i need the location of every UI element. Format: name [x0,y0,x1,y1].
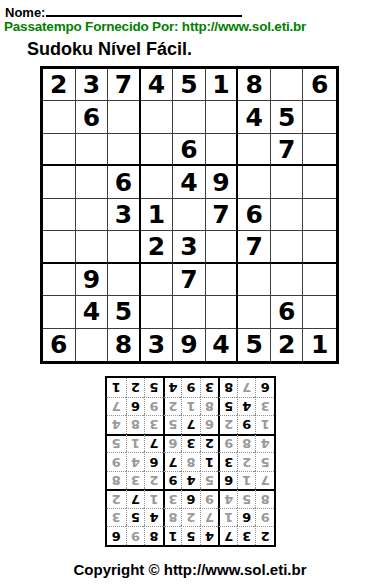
solution-cell-r7c1: 1 [255,415,274,434]
cell-r7c6[interactable] [206,264,239,296]
solution-cell-r6c8: 1 [126,434,145,453]
solution-cell-r2c9: 3 [107,508,126,527]
cell-r2c4[interactable] [141,101,174,133]
cell-r8c8: 6 [271,296,304,328]
page-title: Sudoku Nível Fácil. [27,39,192,60]
solution-cell-r8c2: 4 [237,397,256,416]
cell-r5c2[interactable] [76,199,109,231]
cell-r5c9[interactable] [303,199,336,231]
cell-r4c9[interactable] [303,166,336,198]
cell-r3c8: 7 [271,134,304,166]
cell-r1c9: 6 [303,69,336,101]
cell-r3c7[interactable] [238,134,271,166]
solution-cell-r1c9: 6 [107,526,126,545]
cell-r6c3[interactable] [108,231,141,263]
solution-cell-r7c3: 2 [218,415,237,434]
cell-r7c1[interactable] [43,264,76,296]
cell-r6c7: 7 [238,231,271,263]
solution-cell-r4c4: 5 [200,471,219,490]
solution-cell-r7c6: 5 [163,415,182,434]
solution-cell-r7c4: 6 [200,415,219,434]
solution-cell-r1c6: 1 [163,526,182,545]
solution-cell-r2c4: 7 [200,508,219,527]
solution-cell-r7c7: 3 [144,415,163,434]
cell-r9c5: 9 [173,329,206,361]
cell-r3c9[interactable] [303,134,336,166]
cell-r3c6[interactable] [206,134,239,166]
cell-r4c7[interactable] [238,166,271,198]
cell-r1c3: 7 [108,69,141,101]
cell-r9c4: 3 [141,329,174,361]
cell-r8c2: 4 [76,296,109,328]
solution-cell-r4c8: 3 [126,471,145,490]
cell-r1c1: 2 [43,69,76,101]
cell-r1c5: 5 [173,69,206,101]
cell-r7c4[interactable] [141,264,174,296]
cell-r3c5: 6 [173,134,206,166]
solution-cell-r6c1: 4 [255,434,274,453]
cell-r2c5[interactable] [173,101,206,133]
cell-r1c2: 3 [76,69,109,101]
solution-cell-r8c7: 9 [144,397,163,416]
solution-cell-r3c9: 2 [107,489,126,508]
cell-r5c8[interactable] [271,199,304,231]
solution-cell-r5c8: 4 [126,452,145,471]
cell-r6c5: 3 [173,231,206,263]
solution-cell-r9c3: 8 [218,378,237,397]
solution-cell-r4c9: 8 [107,471,126,490]
cell-r5c7: 6 [238,199,271,231]
solution-cell-r6c5: 3 [181,434,200,453]
cell-r3c4[interactable] [141,134,174,166]
cell-r7c7[interactable] [238,264,271,296]
solution-cell-r8c9: 7 [107,397,126,416]
cell-r5c4: 1 [141,199,174,231]
solution-cell-r1c8: 9 [126,526,145,545]
cell-r9c9: 1 [303,329,336,361]
solution-grid: 2374518969617284538549631727165492385231… [105,376,276,547]
cell-r5c5[interactable] [173,199,206,231]
cell-r6c9[interactable] [303,231,336,263]
solution-cell-r5c5: 8 [181,452,200,471]
cell-r3c2[interactable] [76,134,109,166]
cell-r2c8: 5 [271,101,304,133]
solution-cell-r6c2: 8 [237,434,256,453]
cell-r6c4: 2 [141,231,174,263]
cell-r8c7[interactable] [238,296,271,328]
solution-cell-r1c3: 7 [218,526,237,545]
cell-r8c4[interactable] [141,296,174,328]
solution-cell-r9c1: 6 [255,378,274,397]
solution-cell-r4c5: 4 [181,471,200,490]
solution-cell-r4c2: 1 [237,471,256,490]
cell-r2c7: 4 [238,101,271,133]
solution-cell-r8c1: 3 [255,397,274,416]
name-row: Nome: [5,3,242,20]
name-line [46,3,242,17]
solution-cell-r8c5: 1 [181,397,200,416]
cell-r1c6: 1 [206,69,239,101]
solution-cell-r3c3: 4 [218,489,237,508]
solution-cell-r1c1: 2 [255,526,274,545]
solution-cell-r7c9: 4 [107,415,126,434]
solution-cell-r1c2: 3 [237,526,256,545]
cell-r9c7: 5 [238,329,271,361]
cell-r7c9[interactable] [303,264,336,296]
cell-r9c6: 4 [206,329,239,361]
solution-cell-r5c3: 3 [218,452,237,471]
cell-r2c9[interactable] [303,101,336,133]
cell-r8c3: 5 [108,296,141,328]
solution-cell-r7c5: 7 [181,415,200,434]
cell-r6c2[interactable] [76,231,109,263]
cell-r4c1[interactable] [43,166,76,198]
solution-cell-r4c6: 9 [163,471,182,490]
cell-r8c9[interactable] [303,296,336,328]
solution-cell-r5c6: 7 [163,452,182,471]
cell-r7c5: 7 [173,264,206,296]
cell-r8c6[interactable] [206,296,239,328]
copyright-text: Copyright © http://www.sol.eti.br [0,561,380,578]
cell-r4c2[interactable] [76,166,109,198]
solution-cell-r7c2: 9 [237,415,256,434]
cell-r9c1: 6 [43,329,76,361]
cell-r1c8[interactable] [271,69,304,101]
solution-cell-r7c8: 8 [126,415,145,434]
solution-cell-r6c4: 2 [200,434,219,453]
solution-cell-r9c8: 2 [126,378,145,397]
cell-r1c4: 4 [141,69,174,101]
solution-cell-r5c2: 2 [237,452,256,471]
cell-r6c6[interactable] [206,231,239,263]
cell-r5c1[interactable] [43,199,76,231]
solution-cell-r2c7: 4 [144,508,163,527]
sudoku-worksheet-page: Nome: Passatempo Fornecido Por: http://w… [0,0,380,585]
solution-cell-r9c7: 5 [144,378,163,397]
solution-cell-r2c5: 2 [181,508,200,527]
cell-r8c5[interactable] [173,296,206,328]
solution-cell-r3c7: 1 [144,489,163,508]
solution-cell-r5c1: 5 [255,452,274,471]
cell-r9c2[interactable] [76,329,109,361]
cell-r6c1[interactable] [43,231,76,263]
cell-r3c1[interactable] [43,134,76,166]
cell-r9c8: 2 [271,329,304,361]
cell-r1c7: 8 [238,69,271,101]
solution-cell-r2c2: 6 [237,508,256,527]
cell-r4c3: 6 [108,166,141,198]
solution-cell-r6c3: 9 [218,434,237,453]
cell-r7c2: 9 [76,264,109,296]
name-label: Nome: [5,5,45,20]
solution-cell-r2c1: 9 [255,508,274,527]
solution-cell-r3c8: 7 [126,489,145,508]
cell-r4c8[interactable] [271,166,304,198]
solution-cell-r9c5: 9 [181,378,200,397]
solution-cell-r3c5: 6 [181,489,200,508]
cell-r4c5: 4 [173,166,206,198]
solution-cell-r6c9: 5 [107,434,126,453]
solution-cell-r8c8: 6 [126,397,145,416]
cell-r2c3[interactable] [108,101,141,133]
solution-cell-r2c3: 1 [218,508,237,527]
cell-r3c3[interactable] [108,134,141,166]
sudoku-grid: 237451866456764931762379745668394521 [40,66,339,364]
cell-r4c6: 9 [206,166,239,198]
solution-cell-r9c9: 1 [107,378,126,397]
cell-r4c4[interactable] [141,166,174,198]
solution-cell-r3c1: 8 [255,489,274,508]
cell-r7c8[interactable] [271,264,304,296]
solution-cell-r3c4: 9 [200,489,219,508]
solution-cell-r2c8: 5 [126,508,145,527]
solution-cell-r9c4: 3 [200,378,219,397]
cell-r6c8[interactable] [271,231,304,263]
solution-cell-r4c7: 2 [144,471,163,490]
solution-cell-r1c4: 4 [200,526,219,545]
solution-cell-r9c6: 4 [163,378,182,397]
solution-cell-r5c9: 9 [107,452,126,471]
solution-cell-r2c6: 8 [163,508,182,527]
solution-cell-r9c2: 7 [237,378,256,397]
solution-cell-r4c1: 7 [255,471,274,490]
solution-cell-r1c5: 5 [181,526,200,545]
cell-r2c2: 6 [76,101,109,133]
cell-r2c6[interactable] [206,101,239,133]
solution-cell-r8c3: 5 [218,397,237,416]
solution-cell-r1c7: 8 [144,526,163,545]
provided-by-text: Passatempo Fornecido Por: http://www.sol… [4,19,306,34]
cell-r9c3: 8 [108,329,141,361]
cell-r8c1[interactable] [43,296,76,328]
cell-r5c3: 3 [108,199,141,231]
solution-cell-r3c6: 3 [163,489,182,508]
cell-r7c3[interactable] [108,264,141,296]
solution-cell-r5c7: 6 [144,452,163,471]
solution-cell-r3c2: 5 [237,489,256,508]
solution-cell-r6c6: 6 [163,434,182,453]
solution-cell-r8c4: 8 [200,397,219,416]
cell-r5c6: 7 [206,199,239,231]
solution-cell-r8c6: 2 [163,397,182,416]
solution-cell-r4c3: 6 [218,471,237,490]
cell-r2c1[interactable] [43,101,76,133]
solution-cell-r5c4: 1 [200,452,219,471]
solution-cell-r6c7: 7 [144,434,163,453]
